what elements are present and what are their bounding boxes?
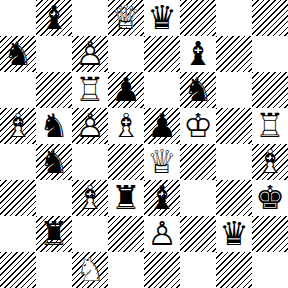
piece-white-bishop-h4: ♗	[252, 144, 288, 180]
piece-white-bishop-d5: ♗	[108, 108, 144, 144]
piece-fill-bB-f7: ♝	[180, 36, 216, 72]
square-b2[interactable]: ♜♜	[36, 216, 72, 252]
square-h2[interactable]	[252, 216, 288, 252]
piece-white-pawn-e2: ♙	[144, 216, 180, 252]
square-a4[interactable]	[0, 144, 36, 180]
piece-fill-wB-a5: ♝	[0, 108, 36, 144]
square-d3[interactable]: ♜♜	[108, 180, 144, 216]
square-h5[interactable]: ♜♖	[252, 108, 288, 144]
square-g5[interactable]	[216, 108, 252, 144]
piece-fill-wN-c1: ♞	[72, 252, 108, 288]
square-h6[interactable]	[252, 72, 288, 108]
piece-fill-bK-h3: ♚	[252, 180, 288, 216]
square-g3[interactable]	[216, 180, 252, 216]
square-h1[interactable]	[252, 252, 288, 288]
square-b5[interactable]: ♞♞	[36, 108, 72, 144]
piece-black-king-h3: ♚	[252, 180, 288, 216]
square-g4[interactable]	[216, 144, 252, 180]
square-a5[interactable]: ♝♗	[0, 108, 36, 144]
square-b8[interactable]: ♝♝	[36, 0, 72, 36]
piece-black-bishop-b8: ♝	[36, 0, 72, 36]
square-e3[interactable]: ♝♝	[144, 180, 180, 216]
piece-white-rook-h5: ♖	[252, 108, 288, 144]
square-a1[interactable]	[0, 252, 36, 288]
square-c6[interactable]: ♜♖	[72, 72, 108, 108]
square-a7[interactable]: ♞♞	[0, 36, 36, 72]
piece-white-bishop-c3: ♗	[72, 180, 108, 216]
square-g7[interactable]	[216, 36, 252, 72]
piece-white-queen-e4: ♕	[144, 144, 180, 180]
square-a2[interactable]	[0, 216, 36, 252]
piece-black-knight-b4: ♞	[36, 144, 72, 180]
square-g6[interactable]	[216, 72, 252, 108]
piece-white-queen-d8: ♕	[108, 0, 144, 36]
piece-fill-bB-e3: ♝	[144, 180, 180, 216]
chess-board: ♝♝♛♕♛♛♞♞♟♙♝♝♜♖♟♟♞♞♝♗♞♞♟♙♝♗♟♟♚♔♜♖♞♞♛♕♝♗♝♗…	[0, 0, 288, 288]
piece-fill-bQ-e8: ♛	[144, 0, 180, 36]
piece-fill-wR-h5: ♜	[252, 108, 288, 144]
square-b4[interactable]: ♞♞	[36, 144, 72, 180]
piece-white-king-f5: ♔	[180, 108, 216, 144]
square-d4[interactable]	[108, 144, 144, 180]
square-f5[interactable]: ♚♔	[180, 108, 216, 144]
square-d5[interactable]: ♝♗	[108, 108, 144, 144]
square-e6[interactable]	[144, 72, 180, 108]
piece-white-rook-c6: ♖	[72, 72, 108, 108]
piece-black-bishop-f7: ♝	[180, 36, 216, 72]
square-f4[interactable]	[180, 144, 216, 180]
square-d7[interactable]	[108, 36, 144, 72]
square-f1[interactable]	[180, 252, 216, 288]
square-e2[interactable]: ♟♙	[144, 216, 180, 252]
square-h8[interactable]	[252, 0, 288, 36]
piece-fill-wP-c7: ♟	[72, 36, 108, 72]
piece-black-rook-b2: ♜	[36, 216, 72, 252]
square-e7[interactable]	[144, 36, 180, 72]
piece-fill-wK-f5: ♚	[180, 108, 216, 144]
square-e1[interactable]	[144, 252, 180, 288]
square-d2[interactable]	[108, 216, 144, 252]
piece-fill-bP-d6: ♟	[108, 72, 144, 108]
square-c7[interactable]: ♟♙	[72, 36, 108, 72]
square-a3[interactable]	[0, 180, 36, 216]
piece-black-rook-d3: ♜	[108, 180, 144, 216]
piece-fill-bR-b2: ♜	[36, 216, 72, 252]
square-g1[interactable]	[216, 252, 252, 288]
square-h3[interactable]: ♚♚	[252, 180, 288, 216]
piece-fill-wB-c3: ♝	[72, 180, 108, 216]
piece-fill-wB-d5: ♝	[108, 108, 144, 144]
square-c5[interactable]: ♟♙	[72, 108, 108, 144]
piece-white-pawn-c5: ♙	[72, 108, 108, 144]
piece-fill-bR-d3: ♜	[108, 180, 144, 216]
piece-black-pawn-e5: ♟	[144, 108, 180, 144]
piece-fill-wR-c6: ♜	[72, 72, 108, 108]
square-f8[interactable]	[180, 0, 216, 36]
square-c1[interactable]: ♞♘	[72, 252, 108, 288]
piece-fill-bN-b5: ♞	[36, 108, 72, 144]
square-h7[interactable]	[252, 36, 288, 72]
square-b6[interactable]	[36, 72, 72, 108]
square-c8[interactable]	[72, 0, 108, 36]
square-f2[interactable]	[180, 216, 216, 252]
square-b7[interactable]	[36, 36, 72, 72]
square-e5[interactable]: ♟♟	[144, 108, 180, 144]
piece-white-pawn-c7: ♙	[72, 36, 108, 72]
square-d6[interactable]: ♟♟	[108, 72, 144, 108]
piece-fill-wB-h4: ♝	[252, 144, 288, 180]
piece-fill-wQ-d8: ♛	[108, 0, 144, 36]
piece-fill-bN-a7: ♞	[0, 36, 36, 72]
square-f6[interactable]: ♞♞	[180, 72, 216, 108]
square-h4[interactable]: ♝♗	[252, 144, 288, 180]
square-f3[interactable]	[180, 180, 216, 216]
square-e4[interactable]: ♛♕	[144, 144, 180, 180]
piece-black-queen-e8: ♛	[144, 0, 180, 36]
square-c4[interactable]	[72, 144, 108, 180]
square-g2[interactable]: ♛♛	[216, 216, 252, 252]
square-a6[interactable]	[0, 72, 36, 108]
piece-black-knight-b5: ♞	[36, 108, 72, 144]
piece-black-knight-f6: ♞	[180, 72, 216, 108]
square-g8[interactable]	[216, 0, 252, 36]
piece-white-bishop-a5: ♗	[0, 108, 36, 144]
piece-fill-wP-c5: ♟	[72, 108, 108, 144]
square-c2[interactable]	[72, 216, 108, 252]
piece-black-queen-g2: ♛	[216, 216, 252, 252]
square-c3[interactable]: ♝♗	[72, 180, 108, 216]
square-d1[interactable]	[108, 252, 144, 288]
square-b3[interactable]	[36, 180, 72, 216]
piece-fill-bB-b8: ♝	[36, 0, 72, 36]
piece-fill-wP-e2: ♟	[144, 216, 180, 252]
piece-fill-bP-e5: ♟	[144, 108, 180, 144]
piece-fill-bQ-g2: ♛	[216, 216, 252, 252]
piece-fill-bN-b4: ♞	[36, 144, 72, 180]
piece-fill-wQ-e4: ♛	[144, 144, 180, 180]
piece-white-knight-c1: ♘	[72, 252, 108, 288]
square-d8[interactable]: ♛♕	[108, 0, 144, 36]
piece-black-bishop-e3: ♝	[144, 180, 180, 216]
square-e8[interactable]: ♛♛	[144, 0, 180, 36]
square-a8[interactable]	[0, 0, 36, 36]
square-f7[interactable]: ♝♝	[180, 36, 216, 72]
piece-black-pawn-d6: ♟	[108, 72, 144, 108]
piece-fill-bN-f6: ♞	[180, 72, 216, 108]
square-b1[interactable]	[36, 252, 72, 288]
piece-black-knight-a7: ♞	[0, 36, 36, 72]
